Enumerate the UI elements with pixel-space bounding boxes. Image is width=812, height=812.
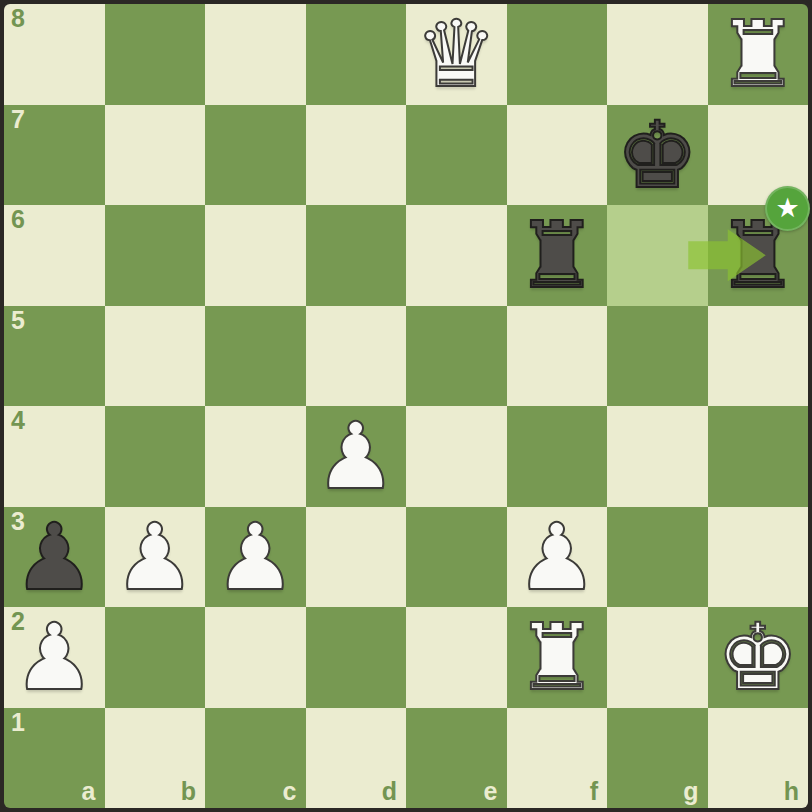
square-d5[interactable] [306,306,407,407]
piece-white-pawn-b3[interactable]: ♟ [105,508,206,609]
chess-board-frame: 8♛♜7♚6♜♜★54♟3♟♟♟♟2♟♜♚1abcdefgh [0,0,812,812]
piece-black-king-g7[interactable]: ♚ [607,106,708,207]
square-e7[interactable] [406,105,507,206]
square-f8[interactable] [507,4,608,105]
piece-white-king-h2[interactable]: ♚ [708,608,809,709]
square-b2[interactable] [105,607,206,708]
square-e5[interactable] [406,306,507,407]
square-b4[interactable] [105,406,206,507]
square-f7[interactable] [507,105,608,206]
square-h4[interactable] [708,406,809,507]
square-d3[interactable] [306,507,407,608]
file-label-g: g [683,779,698,804]
file-label-e: e [484,779,498,804]
square-g8[interactable] [607,4,708,105]
star-badge-icon: ★ [765,186,810,231]
file-label-b: b [181,779,196,804]
square-a3[interactable]: 3♟ [4,507,105,608]
square-e6[interactable] [406,205,507,306]
square-d8[interactable] [306,4,407,105]
square-b5[interactable] [105,306,206,407]
file-label-a: a [82,779,96,804]
square-g5[interactable] [607,306,708,407]
square-h5[interactable] [708,306,809,407]
square-a5[interactable]: 5 [4,306,105,407]
star-icon: ★ [775,194,799,221]
piece-black-rook-f6[interactable]: ♜ [507,206,608,307]
square-b7[interactable] [105,105,206,206]
rank-label-7: 7 [11,107,25,132]
square-a1[interactable]: 1a [4,708,105,809]
square-c5[interactable] [205,306,306,407]
square-e8[interactable]: ♛ [406,4,507,105]
square-b3[interactable]: ♟ [105,507,206,608]
square-b6[interactable] [105,205,206,306]
square-a2[interactable]: 2♟ [4,607,105,708]
square-e1[interactable]: e [406,708,507,809]
square-d2[interactable] [306,607,407,708]
square-h3[interactable] [708,507,809,608]
file-label-f: f [590,779,598,804]
square-d7[interactable] [306,105,407,206]
square-f1[interactable]: f [507,708,608,809]
square-c1[interactable]: c [205,708,306,809]
square-g3[interactable] [607,507,708,608]
square-d6[interactable] [306,205,407,306]
square-h1[interactable]: h [708,708,809,809]
square-g4[interactable] [607,406,708,507]
file-label-h: h [784,779,799,804]
rank-label-4: 4 [11,408,25,433]
square-g1[interactable]: g [607,708,708,809]
square-g7[interactable]: ♚ [607,105,708,206]
piece-white-pawn-d4[interactable]: ♟ [306,407,407,508]
square-f3[interactable]: ♟ [507,507,608,608]
rank-label-1: 1 [11,710,25,735]
rank-label-5: 5 [11,308,25,333]
square-d1[interactable]: d [306,708,407,809]
square-h2[interactable]: ♚ [708,607,809,708]
square-a8[interactable]: 8 [4,4,105,105]
piece-white-pawn-f3[interactable]: ♟ [507,508,608,609]
file-label-d: d [382,779,397,804]
square-f2[interactable]: ♜ [507,607,608,708]
rank-label-6: 6 [11,207,25,232]
file-label-c: c [283,779,297,804]
square-e3[interactable] [406,507,507,608]
square-a4[interactable]: 4 [4,406,105,507]
square-f4[interactable] [507,406,608,507]
rank-label-8: 8 [11,6,25,31]
square-h8[interactable]: ♜ [708,4,809,105]
piece-white-pawn-a2[interactable]: ♟ [4,608,105,709]
square-b8[interactable] [105,4,206,105]
square-c2[interactable] [205,607,306,708]
square-d4[interactable]: ♟ [306,406,407,507]
square-c8[interactable] [205,4,306,105]
square-e2[interactable] [406,607,507,708]
chess-board[interactable]: 8♛♜7♚6♜♜★54♟3♟♟♟♟2♟♜♚1abcdefgh [4,4,808,808]
square-f5[interactable] [507,306,608,407]
piece-white-queen-e8[interactable]: ♛ [406,5,507,106]
square-c3[interactable]: ♟ [205,507,306,608]
square-f6[interactable]: ♜ [507,205,608,306]
square-e4[interactable] [406,406,507,507]
piece-white-rook-h8[interactable]: ♜ [708,5,809,106]
square-h6[interactable]: ♜★ [708,205,809,306]
square-a6[interactable]: 6 [4,205,105,306]
square-g2[interactable] [607,607,708,708]
square-g6[interactable] [607,205,708,306]
square-c7[interactable] [205,105,306,206]
piece-black-pawn-a3[interactable]: ♟ [4,508,105,609]
piece-white-pawn-c3[interactable]: ♟ [205,508,306,609]
piece-white-rook-f2[interactable]: ♜ [507,608,608,709]
square-a7[interactable]: 7 [4,105,105,206]
square-b1[interactable]: b [105,708,206,809]
square-c6[interactable] [205,205,306,306]
square-c4[interactable] [205,406,306,507]
